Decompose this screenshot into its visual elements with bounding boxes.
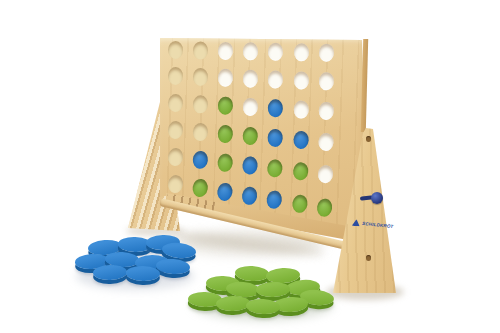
cell-r5c4-blue-disc [242,156,259,176]
green-pile-ground-shadow [192,289,334,321]
release-knob [371,192,383,204]
cell-r2c3-empty [218,69,234,88]
cell-r1c4-empty [243,42,258,60]
green-disc [235,265,270,282]
cell-r5c7-empty [317,164,334,184]
cell-r2c7-empty [318,72,334,91]
board-row-3 [168,94,339,121]
cell-r6c7-green-disc [316,198,334,218]
product-photo-connect-four: SCHILDKRÖT [0,0,500,333]
cell-r3c3-green-disc [217,96,233,115]
cell-r3c4-empty [243,98,259,117]
cell-r6c5-blue-disc [266,190,284,210]
cell-r6c4-blue-disc [241,186,259,206]
cell-r5c3-green-disc [217,153,234,173]
cell-r4c7-empty [318,132,334,151]
cell-r2c5-empty [268,70,284,89]
cell-r4c2-empty [192,122,208,141]
cell-r6c6-green-disc [291,194,309,214]
cell-r6c3-blue-disc [216,182,234,202]
green-disc [206,275,241,291]
cell-r4c1-empty [167,120,183,139]
cell-r3c6-empty [293,100,309,119]
cell-r1c1-empty [167,41,182,59]
blue-disc [118,236,153,252]
cell-r5c2-blue-disc [192,150,209,170]
cell-r1c2-empty [193,41,208,59]
blue-pile-ground-shadow [76,262,194,290]
board-side-edge [361,39,368,132]
cell-r2c2-empty [192,68,208,87]
right-leg-top-hole [366,136,371,142]
cell-r1c5-empty [268,43,283,61]
cell-r5c6-green-disc [292,161,309,181]
cell-r1c7-empty [319,44,334,62]
cell-r5c1-empty [167,147,184,167]
cell-r4c4-green-disc [242,126,258,145]
board-row-1 [168,41,338,62]
cell-r2c4-empty [243,69,259,88]
green-disc [266,267,301,284]
cell-r3c1-empty [167,94,183,113]
cell-r2c6-empty [293,71,309,90]
cell-r4c3-green-disc [217,124,233,143]
brand-triangle-icon [352,219,361,227]
cell-r3c2-empty [192,95,208,114]
cell-r3c5-blue-disc [268,99,284,118]
cell-r4c5-blue-disc [267,128,283,147]
cell-r4c6-blue-disc [292,130,308,149]
cell-r2c1-empty [167,67,183,86]
cell-r6c2-green-disc [191,178,209,198]
cell-r1c3-empty [218,42,233,60]
right-leg-bottom-hole [366,255,371,261]
cell-r3c7-empty [318,102,334,121]
cell-r6c1-empty [166,174,184,194]
brand-logo-text: SCHILDKRÖT [362,221,394,229]
board-row-2 [168,67,339,91]
board-row-4 [167,120,338,151]
cell-r1c6-empty [293,43,308,61]
cell-r5c5-green-disc [267,159,284,179]
blue-disc [88,239,123,256]
